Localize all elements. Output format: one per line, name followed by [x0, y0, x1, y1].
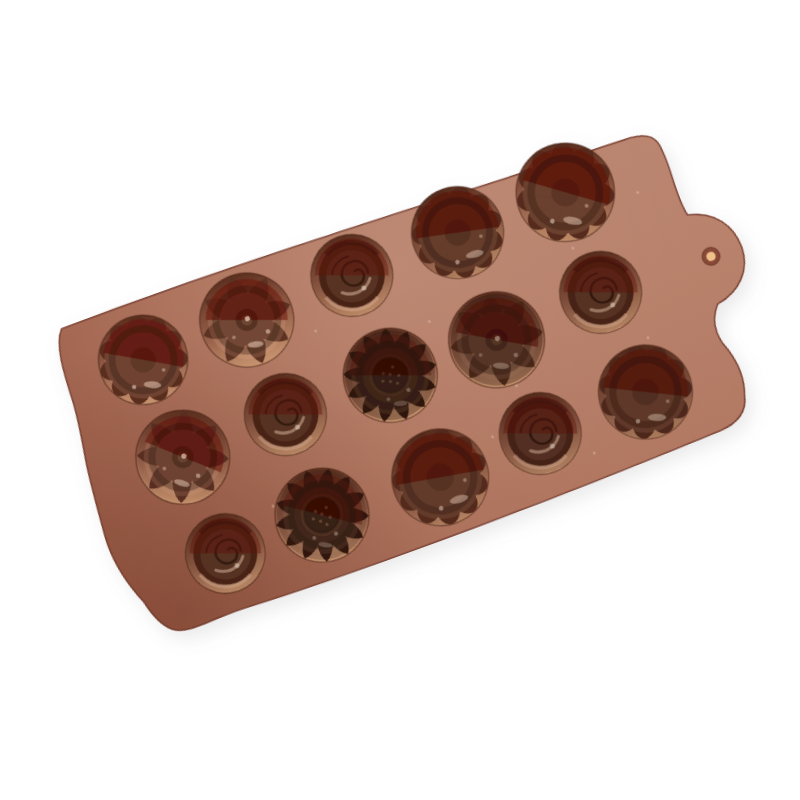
photo-background [0, 0, 800, 800]
mold-tray [24, 76, 800, 651]
chocolate-mold-photo [0, 0, 800, 800]
